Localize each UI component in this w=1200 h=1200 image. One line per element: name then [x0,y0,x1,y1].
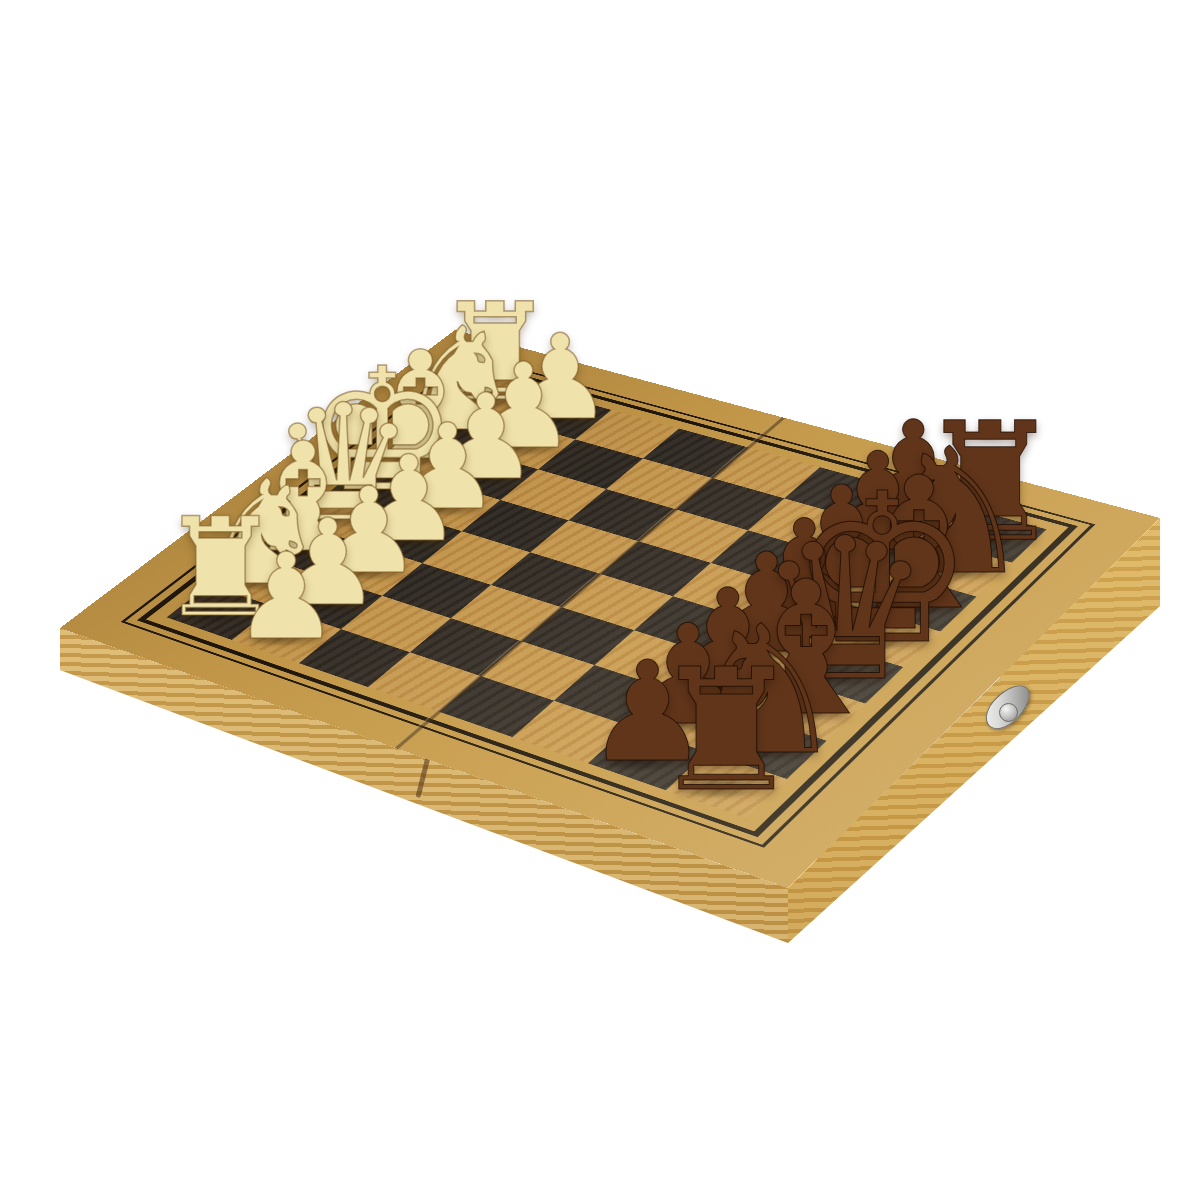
scene: ♜♟♞♟♝♟♚♟♟♛♜♟♟♝♞♟♞♟♟♝♜♟♟♚♟♛♟♝♟♞♟♜ [0,0,1200,1200]
chess-board [60,330,1160,888]
